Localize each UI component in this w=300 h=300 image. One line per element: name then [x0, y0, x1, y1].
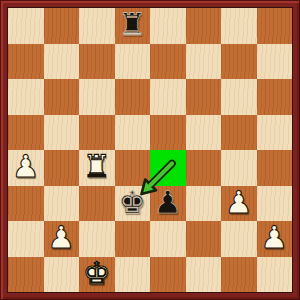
square-b2[interactable]: ♟: [44, 221, 80, 257]
square-a8[interactable]: [8, 8, 44, 44]
white-pawn-b2[interactable]: ♟: [47, 222, 75, 253]
black-rook-d8[interactable]: ♜: [118, 9, 146, 40]
square-h5[interactable]: [257, 115, 293, 151]
square-c3[interactable]: [79, 186, 115, 222]
square-h4[interactable]: [257, 150, 293, 186]
square-d6[interactable]: [115, 79, 151, 115]
black-pawn-e3[interactable]: ♟: [154, 187, 182, 218]
white-rook-c4[interactable]: ♜: [83, 151, 111, 182]
white-pawn-g3[interactable]: ♟: [225, 187, 253, 218]
square-f6[interactable]: [186, 79, 222, 115]
square-e3[interactable]: ♟: [150, 186, 186, 222]
square-h2[interactable]: ♟: [257, 221, 293, 257]
square-e2[interactable]: [150, 221, 186, 257]
square-d8[interactable]: ♜: [115, 8, 151, 44]
square-g4[interactable]: [221, 150, 257, 186]
square-e5[interactable]: [150, 115, 186, 151]
square-f1[interactable]: [186, 257, 222, 293]
square-f2[interactable]: [186, 221, 222, 257]
black-king-d3[interactable]: ♚: [118, 187, 146, 218]
square-b4[interactable]: [44, 150, 80, 186]
square-f4[interactable]: [186, 150, 222, 186]
square-d1[interactable]: [115, 257, 151, 293]
square-f8[interactable]: [186, 8, 222, 44]
square-d3[interactable]: ♚: [115, 186, 151, 222]
square-a1[interactable]: [8, 257, 44, 293]
square-d4[interactable]: [115, 150, 151, 186]
square-a3[interactable]: [8, 186, 44, 222]
square-h1[interactable]: [257, 257, 293, 293]
white-pawn-h2[interactable]: ♟: [260, 222, 288, 253]
square-g7[interactable]: [221, 44, 257, 80]
board[interactable]: ♜♟♜♚♟♟♟♟♚: [8, 8, 292, 292]
square-b5[interactable]: [44, 115, 80, 151]
square-f3[interactable]: [186, 186, 222, 222]
square-a5[interactable]: [8, 115, 44, 151]
square-d7[interactable]: [115, 44, 151, 80]
square-c8[interactable]: [79, 8, 115, 44]
square-h3[interactable]: [257, 186, 293, 222]
square-f5[interactable]: [186, 115, 222, 151]
square-g2[interactable]: [221, 221, 257, 257]
square-a2[interactable]: [8, 221, 44, 257]
square-c6[interactable]: [79, 79, 115, 115]
square-a7[interactable]: [8, 44, 44, 80]
square-b1[interactable]: [44, 257, 80, 293]
white-king-c1[interactable]: ♚: [83, 258, 111, 289]
square-g6[interactable]: [221, 79, 257, 115]
square-e4[interactable]: [150, 150, 186, 186]
square-g3[interactable]: ♟: [221, 186, 257, 222]
square-c1[interactable]: ♚: [79, 257, 115, 293]
square-c4[interactable]: ♜: [79, 150, 115, 186]
square-a4[interactable]: ♟: [8, 150, 44, 186]
square-e6[interactable]: [150, 79, 186, 115]
square-d2[interactable]: [115, 221, 151, 257]
square-e8[interactable]: [150, 8, 186, 44]
chess-app: ♜♟♜♚♟♟♟♟♚: [0, 0, 300, 300]
square-a6[interactable]: [8, 79, 44, 115]
square-g5[interactable]: [221, 115, 257, 151]
square-h8[interactable]: [257, 8, 293, 44]
square-b8[interactable]: [44, 8, 80, 44]
square-h6[interactable]: [257, 79, 293, 115]
square-b6[interactable]: [44, 79, 80, 115]
square-g1[interactable]: [221, 257, 257, 293]
square-b3[interactable]: [44, 186, 80, 222]
square-b7[interactable]: [44, 44, 80, 80]
square-h7[interactable]: [257, 44, 293, 80]
square-e7[interactable]: [150, 44, 186, 80]
square-d5[interactable]: [115, 115, 151, 151]
square-c7[interactable]: [79, 44, 115, 80]
white-pawn-a4[interactable]: ♟: [12, 151, 40, 182]
square-f7[interactable]: [186, 44, 222, 80]
square-g8[interactable]: [221, 8, 257, 44]
square-e1[interactable]: [150, 257, 186, 293]
square-c2[interactable]: [79, 221, 115, 257]
square-c5[interactable]: [79, 115, 115, 151]
